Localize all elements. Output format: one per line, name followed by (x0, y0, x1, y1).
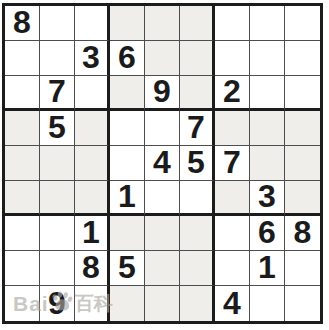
given-digit: 4 (223, 287, 241, 319)
cell-r6c8[interactable]: 3 (250, 181, 285, 216)
cell-r9c8[interactable] (250, 286, 285, 321)
cell-r7c9[interactable]: 8 (285, 216, 320, 251)
given-digit: 7 (48, 75, 66, 107)
given-digit: 1 (82, 216, 100, 248)
cell-r6c7[interactable] (215, 181, 250, 216)
cell-r9c7[interactable]: 4 (215, 286, 250, 321)
given-digit: 6 (118, 41, 136, 73)
cell-r1c6[interactable] (180, 6, 215, 41)
cell-r5c9[interactable] (285, 146, 320, 181)
cell-r8c2[interactable] (40, 251, 75, 286)
cell-r8c8[interactable]: 1 (250, 251, 285, 286)
cell-r8c9[interactable] (285, 251, 320, 286)
given-digit: 7 (187, 111, 205, 143)
cell-r4c1[interactable] (5, 111, 40, 146)
cell-r5c5[interactable]: 4 (145, 146, 180, 181)
given-digit: 8 (82, 251, 100, 283)
cell-r4c7[interactable] (215, 111, 250, 146)
given-digit: 1 (258, 251, 276, 283)
cell-r8c6[interactable] (180, 251, 215, 286)
cell-r1c4[interactable] (110, 6, 145, 41)
cell-r3c5[interactable]: 9 (145, 76, 180, 111)
given-digit: 5 (48, 111, 66, 143)
given-digit: 5 (187, 146, 205, 178)
cell-r8c5[interactable] (145, 251, 180, 286)
cell-r2c1[interactable] (5, 41, 40, 76)
cell-r8c4[interactable]: 5 (110, 251, 145, 286)
cell-r7c1[interactable] (5, 216, 40, 251)
cell-r2c7[interactable] (215, 41, 250, 76)
cell-r6c3[interactable] (75, 181, 110, 216)
cell-r3c9[interactable] (285, 76, 320, 111)
given-digit: 3 (258, 180, 276, 212)
given-digit: 2 (223, 75, 241, 107)
cell-r2c4[interactable]: 6 (110, 41, 145, 76)
cell-r4c8[interactable] (250, 111, 285, 146)
cell-r3c6[interactable] (180, 76, 215, 111)
cell-r4c4[interactable] (110, 111, 145, 146)
cell-r7c2[interactable] (40, 216, 75, 251)
cell-r7c8[interactable]: 6 (250, 216, 285, 251)
cell-r5c8[interactable] (250, 146, 285, 181)
cell-r7c6[interactable] (180, 216, 215, 251)
sudoku-page: 836792574571316885194 Bai 百科 (0, 0, 329, 330)
cell-r5c2[interactable] (40, 146, 75, 181)
given-digit: 8 (294, 216, 312, 248)
cell-r2c9[interactable] (285, 41, 320, 76)
cell-r9c6[interactable] (180, 286, 215, 321)
cell-r3c2[interactable]: 7 (40, 76, 75, 111)
sudoku-board: 836792574571316885194 (2, 3, 323, 324)
cell-r2c8[interactable] (250, 41, 285, 76)
cell-r9c9[interactable] (285, 286, 320, 321)
cell-r8c1[interactable] (5, 251, 40, 286)
cell-r8c3[interactable]: 8 (75, 251, 110, 286)
cell-r3c1[interactable] (5, 76, 40, 111)
cell-r1c7[interactable] (215, 6, 250, 41)
cell-r9c3[interactable] (75, 286, 110, 321)
cell-r6c4[interactable]: 1 (110, 181, 145, 216)
cell-r9c4[interactable] (110, 286, 145, 321)
cell-r6c2[interactable] (40, 181, 75, 216)
cell-r1c1[interactable]: 8 (5, 6, 40, 41)
cell-r1c3[interactable] (75, 6, 110, 41)
given-digit: 5 (118, 251, 136, 283)
cell-r4c3[interactable] (75, 111, 110, 146)
cell-r6c6[interactable] (180, 181, 215, 216)
cell-r9c1[interactable] (5, 286, 40, 321)
cell-r1c9[interactable] (285, 6, 320, 41)
cell-r1c2[interactable] (40, 6, 75, 41)
cell-r5c6[interactable]: 5 (180, 146, 215, 181)
cell-r1c5[interactable] (145, 6, 180, 41)
given-digit: 1 (118, 180, 136, 212)
cell-r2c2[interactable] (40, 41, 75, 76)
cell-r6c5[interactable] (145, 181, 180, 216)
given-digit: 6 (258, 216, 276, 248)
given-digit: 9 (48, 287, 66, 319)
cell-r9c5[interactable] (145, 286, 180, 321)
cell-r2c3[interactable]: 3 (75, 41, 110, 76)
given-digit: 4 (153, 146, 171, 178)
cell-r4c9[interactable] (285, 111, 320, 146)
cell-r7c7[interactable] (215, 216, 250, 251)
given-digit: 8 (13, 6, 31, 38)
cell-r4c6[interactable]: 7 (180, 111, 215, 146)
cell-r6c1[interactable] (5, 181, 40, 216)
cell-r2c6[interactable] (180, 41, 215, 76)
cell-r3c4[interactable] (110, 76, 145, 111)
given-digit: 3 (82, 41, 100, 73)
cell-r7c4[interactable] (110, 216, 145, 251)
cell-r5c1[interactable] (5, 146, 40, 181)
cell-r7c3[interactable]: 1 (75, 216, 110, 251)
given-digit: 7 (223, 146, 241, 178)
cell-r9c2[interactable]: 9 (40, 286, 75, 321)
cell-r7c5[interactable] (145, 216, 180, 251)
cell-r4c2[interactable]: 5 (40, 111, 75, 146)
cell-r5c4[interactable] (110, 146, 145, 181)
cell-r3c8[interactable] (250, 76, 285, 111)
given-digit: 9 (153, 75, 171, 107)
cell-r2c5[interactable] (145, 41, 180, 76)
cell-r6c9[interactable] (285, 181, 320, 216)
cell-r3c7[interactable]: 2 (215, 76, 250, 111)
cell-r4c5[interactable] (145, 111, 180, 146)
cell-r5c3[interactable] (75, 146, 110, 181)
cell-r5c7[interactable]: 7 (215, 146, 250, 181)
cell-r8c7[interactable] (215, 251, 250, 286)
cell-r1c8[interactable] (250, 6, 285, 41)
cell-r3c3[interactable] (75, 76, 110, 111)
